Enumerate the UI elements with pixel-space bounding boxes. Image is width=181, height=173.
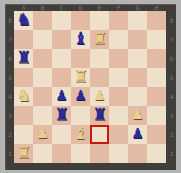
- rank-label-right-7: 7: [166, 30, 177, 49]
- rank-label-left-1: 1: [6, 144, 14, 163]
- white-rook-a1[interactable]: ♜: [16, 143, 31, 162]
- square-f6[interactable]: [109, 49, 128, 68]
- board-frame: ABCDEFGH 87654321 87654321 ♞♝♜♜♜♞♟♟♟♜♜♟♟…: [5, 4, 176, 170]
- square-b5[interactable]: [33, 68, 52, 87]
- square-c1[interactable]: [52, 144, 71, 163]
- rank-label-left-3: 3: [6, 106, 14, 125]
- square-e1[interactable]: [90, 144, 109, 163]
- square-g3[interactable]: ♟: [128, 106, 147, 125]
- white-rook-d5[interactable]: ♜: [73, 67, 88, 86]
- square-a4[interactable]: ♞: [14, 87, 33, 106]
- black-pawn-c4[interactable]: ♟: [55, 86, 68, 105]
- square-a6[interactable]: ♜: [14, 49, 33, 68]
- square-e3[interactable]: ♜: [90, 106, 109, 125]
- square-a3[interactable]: [14, 106, 33, 125]
- square-d5[interactable]: ♜: [71, 68, 90, 87]
- square-g6[interactable]: [128, 49, 147, 68]
- rank-label-right-6: 6: [166, 49, 177, 68]
- square-b7[interactable]: [33, 30, 52, 49]
- rank-label-right-2: 2: [166, 125, 177, 144]
- square-f4[interactable]: [109, 87, 128, 106]
- square-e6[interactable]: [90, 49, 109, 68]
- square-b6[interactable]: [33, 49, 52, 68]
- square-b4[interactable]: [33, 87, 52, 106]
- black-rook-e3[interactable]: ♜: [92, 105, 107, 124]
- square-d1[interactable]: [71, 144, 90, 163]
- square-c5[interactable]: [52, 68, 71, 87]
- square-d4[interactable]: ♟: [71, 87, 90, 106]
- square-a8[interactable]: ♞: [14, 11, 33, 30]
- chess-board[interactable]: ♞♝♜♜♜♞♟♟♟♜♜♟♟♝♟♜: [14, 11, 166, 163]
- square-c6[interactable]: [52, 49, 71, 68]
- square-g5[interactable]: [128, 68, 147, 87]
- square-f5[interactable]: [109, 68, 128, 87]
- rank-label-right-5: 5: [166, 68, 177, 87]
- black-pawn-d4[interactable]: ♟: [74, 86, 87, 105]
- rank-label-right-1: 1: [166, 144, 177, 163]
- white-pawn-b2[interactable]: ♟: [36, 124, 49, 143]
- black-rook-c3[interactable]: ♜: [54, 105, 69, 124]
- square-e2-highlighted[interactable]: [90, 125, 109, 144]
- white-rook-e7[interactable]: ♜: [92, 29, 107, 48]
- white-knight-a4[interactable]: ♞: [16, 86, 31, 105]
- square-b3[interactable]: [33, 106, 52, 125]
- square-h6[interactable]: [147, 49, 166, 68]
- square-d7[interactable]: ♝: [71, 30, 90, 49]
- square-f1[interactable]: [109, 144, 128, 163]
- square-e5[interactable]: [90, 68, 109, 87]
- square-b1[interactable]: [33, 144, 52, 163]
- rank-label-left-6: 6: [6, 49, 14, 68]
- rank-labels-left: 87654321: [6, 11, 14, 163]
- black-rook-a6[interactable]: ♜: [16, 48, 31, 67]
- square-b8[interactable]: [33, 11, 52, 30]
- square-f2[interactable]: [109, 125, 128, 144]
- square-g4[interactable]: [128, 87, 147, 106]
- square-c2[interactable]: [52, 125, 71, 144]
- square-f7[interactable]: [109, 30, 128, 49]
- white-pawn-e4[interactable]: ♟: [93, 86, 106, 105]
- rank-label-left-5: 5: [6, 68, 14, 87]
- square-h4[interactable]: [147, 87, 166, 106]
- rank-label-left-7: 7: [6, 30, 14, 49]
- white-bishop-d2[interactable]: ♝: [73, 124, 88, 143]
- rank-label-right-3: 3: [166, 106, 177, 125]
- chess-app-window: ABCDEFGH 87654321 87654321 ♞♝♜♜♜♞♟♟♟♜♜♟♟…: [0, 0, 181, 173]
- square-h1[interactable]: [147, 144, 166, 163]
- square-g2[interactable]: ♟: [128, 125, 147, 144]
- black-bishop-d7[interactable]: ♝: [73, 29, 88, 48]
- square-d2[interactable]: ♝: [71, 125, 90, 144]
- square-c8[interactable]: [52, 11, 71, 30]
- rank-label-right-8: 8: [166, 11, 177, 30]
- square-c7[interactable]: [52, 30, 71, 49]
- black-pawn-g2[interactable]: ♟: [131, 124, 144, 143]
- white-pawn-g3[interactable]: ♟: [131, 105, 144, 124]
- square-f3[interactable]: [109, 106, 128, 125]
- square-h3[interactable]: [147, 106, 166, 125]
- square-h5[interactable]: [147, 68, 166, 87]
- square-h7[interactable]: [147, 30, 166, 49]
- black-knight-a8[interactable]: ♞: [16, 10, 31, 29]
- rank-label-right-4: 4: [166, 87, 177, 106]
- square-e7[interactable]: ♜: [90, 30, 109, 49]
- square-b2[interactable]: ♟: [33, 125, 52, 144]
- square-f8[interactable]: [109, 11, 128, 30]
- rank-label-left-8: 8: [6, 11, 14, 30]
- square-g7[interactable]: [128, 30, 147, 49]
- square-a1[interactable]: ♜: [14, 144, 33, 163]
- rank-labels-right: 87654321: [166, 11, 177, 163]
- square-g8[interactable]: [128, 11, 147, 30]
- square-g1[interactable]: [128, 144, 147, 163]
- square-h8[interactable]: [147, 11, 166, 30]
- square-c3[interactable]: ♜: [52, 106, 71, 125]
- rank-label-left-2: 2: [6, 125, 14, 144]
- square-h2[interactable]: [147, 125, 166, 144]
- rank-label-left-4: 4: [6, 87, 14, 106]
